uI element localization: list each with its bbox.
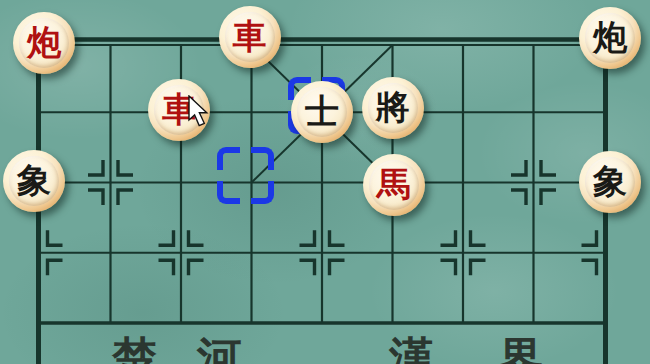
last-move-from-marker [217,147,274,204]
piece-glyph-black-elephant: 象 [593,164,627,198]
board-grid [0,0,650,364]
piece-glyph-red-cannon: 炮 [27,25,61,59]
piece-face: 炮 [585,13,635,63]
mouse-cursor [188,95,214,131]
piece-red-chariot[interactable]: 車 [219,6,281,68]
piece-face: 士 [297,87,347,137]
piece-glyph-black-elephant: 象 [17,163,51,197]
piece-black-cannon[interactable]: 炮 [579,7,641,69]
piece-face: 車 [225,12,275,62]
river-text-char: 界 [498,336,543,364]
piece-glyph-black-cannon: 炮 [593,20,627,54]
piece-face: 象 [585,157,635,207]
piece-black-advisor[interactable]: 士 [291,81,353,143]
piece-black-elephant[interactable]: 象 [579,151,641,213]
piece-glyph-red-chariot: 車 [233,19,267,53]
xiangqi-board[interactable]: 楚河漢界 炮車炮車士將象馬象 [0,0,650,364]
piece-red-cannon[interactable]: 炮 [13,12,75,74]
piece-face: 馬 [369,160,419,210]
piece-black-elephant[interactable]: 象 [3,150,65,212]
piece-glyph-red-horse: 馬 [377,167,411,201]
piece-face: 炮 [19,18,69,68]
piece-glyph-black-general: 將 [376,90,410,124]
piece-face: 象 [9,156,59,206]
river-text-char: 漢 [389,336,434,364]
piece-black-general[interactable]: 將 [362,77,424,139]
river-text-char: 河 [197,336,242,364]
piece-face: 將 [368,83,418,133]
piece-red-horse[interactable]: 馬 [363,154,425,216]
piece-glyph-black-advisor: 士 [305,94,339,128]
river-text-char: 楚 [112,336,157,364]
